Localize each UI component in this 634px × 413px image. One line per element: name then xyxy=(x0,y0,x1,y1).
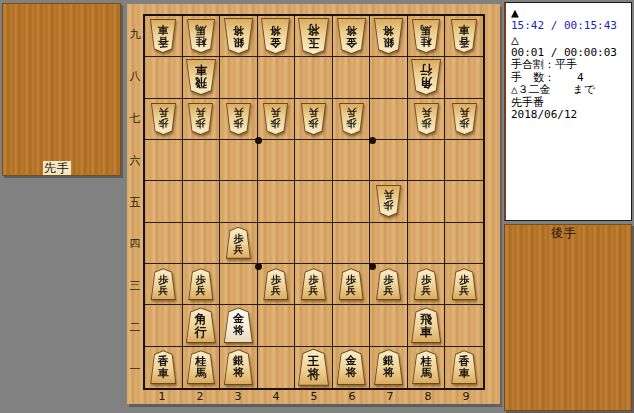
board-square[interactable]: 歩兵 xyxy=(220,99,258,140)
board-square[interactable] xyxy=(258,223,296,264)
shogi-piece-gote[interactable]: 飛車 xyxy=(411,307,441,343)
board-square[interactable]: 銀将 xyxy=(370,16,408,57)
shogi-piece-gote[interactable]: 歩兵 xyxy=(376,268,401,300)
piece-kanji: 歩 xyxy=(271,118,281,129)
board-square[interactable]: 銀将 xyxy=(220,16,258,57)
shogi-piece-gote[interactable]: 銀将 xyxy=(224,349,253,385)
board-square[interactable] xyxy=(295,305,333,346)
sente-clock: 15:42 / 00:15:43 xyxy=(511,20,627,33)
shogi-piece-sente[interactable]: 歩兵 xyxy=(339,103,364,135)
piece-kanji: 玉 xyxy=(307,36,319,49)
piece-kanji: 飛 xyxy=(195,76,207,89)
board-square[interactable]: 歩兵 xyxy=(145,99,183,140)
board-square[interactable] xyxy=(258,140,296,181)
piece-kanji: 兵 xyxy=(346,107,356,118)
piece-kanji: 歩 xyxy=(233,233,243,244)
piece-kanji: 将 xyxy=(307,368,319,381)
piece-kanji: 兵 xyxy=(196,285,206,296)
board-square[interactable] xyxy=(258,347,296,388)
piece-kanji: 金 xyxy=(346,36,357,48)
shogi-piece-gote[interactable]: 香車 xyxy=(451,350,477,384)
piece-kanji: 兵 xyxy=(271,107,281,118)
file-label: 8 xyxy=(409,390,447,404)
piece-kanji: 馬 xyxy=(421,23,432,35)
gote-captured-tray[interactable]: 後手 xyxy=(504,224,632,411)
star-point xyxy=(369,137,376,144)
shogi-piece-gote[interactable]: 角行 xyxy=(186,307,216,343)
board-square[interactable]: 飛車 xyxy=(408,305,446,346)
file-label: 1 xyxy=(143,390,181,404)
piece-kanji: 馬 xyxy=(195,368,206,380)
rank-label: 四 xyxy=(127,223,143,265)
board-square[interactable] xyxy=(183,140,221,181)
shogi-piece-gote[interactable]: 桂馬 xyxy=(187,350,215,384)
shogi-piece-sente[interactable]: 歩兵 xyxy=(263,103,288,135)
board-square[interactable]: 角行 xyxy=(183,305,221,346)
piece-kanji: 歩 xyxy=(308,118,318,129)
board-square[interactable]: 飛車 xyxy=(183,57,221,98)
piece-kanji: 兵 xyxy=(459,107,469,118)
board-square[interactable]: 桂馬 xyxy=(183,16,221,57)
board-square[interactable] xyxy=(258,57,296,98)
game-date: 2018/06/12 xyxy=(511,109,627,122)
board-square[interactable] xyxy=(220,57,258,98)
star-point xyxy=(255,263,262,270)
board-grid: 香車桂馬銀将金将玉将金将銀将桂馬香車飛車角行歩兵歩兵歩兵歩兵歩兵歩兵歩兵歩兵歩兵… xyxy=(143,14,485,390)
board-square[interactable]: 香車 xyxy=(145,347,183,388)
board-square[interactable]: 歩兵 xyxy=(183,99,221,140)
piece-kanji: 王 xyxy=(307,355,319,368)
piece-kanji: 兵 xyxy=(233,244,243,255)
shogi-piece-gote[interactable]: 歩兵 xyxy=(301,268,326,300)
rank-label: 二 xyxy=(127,306,143,348)
shogi-piece-sente[interactable]: 玉将 xyxy=(298,18,329,55)
piece-kanji: 兵 xyxy=(308,285,318,296)
board-square[interactable]: 金将 xyxy=(220,305,258,346)
shogi-piece-gote[interactable]: 歩兵 xyxy=(452,268,477,300)
piece-kanji: 将 xyxy=(307,23,319,36)
board-square[interactable] xyxy=(258,181,296,222)
board-square[interactable] xyxy=(445,223,483,264)
piece-kanji: 歩 xyxy=(271,274,281,285)
piece-kanji: 兵 xyxy=(196,107,206,118)
board-square[interactable] xyxy=(220,140,258,181)
board-square[interactable]: 角行 xyxy=(408,57,446,98)
board-square[interactable]: 桂馬 xyxy=(183,347,221,388)
board-square[interactable] xyxy=(295,181,333,222)
shogi-piece-sente[interactable]: 香車 xyxy=(451,19,477,53)
board-square[interactable] xyxy=(333,181,371,222)
shogi-piece-sente[interactable]: 香車 xyxy=(150,19,176,53)
piece-kanji: 角 xyxy=(420,76,432,89)
board-square[interactable] xyxy=(408,181,446,222)
board-square[interactable]: 歩兵 xyxy=(295,264,333,305)
shogi-piece-gote[interactable]: 金将 xyxy=(337,349,366,385)
shogi-piece-sente[interactable]: 歩兵 xyxy=(188,103,213,135)
board-square[interactable] xyxy=(220,264,258,305)
board-square[interactable]: 歩兵 xyxy=(183,264,221,305)
shogi-piece-sente[interactable]: 歩兵 xyxy=(452,103,477,135)
board-square[interactable]: 香車 xyxy=(445,347,483,388)
piece-kanji: 香 xyxy=(459,35,470,47)
shogi-piece-sente[interactable]: 角行 xyxy=(411,59,441,95)
board-square[interactable] xyxy=(145,181,183,222)
shogi-piece-gote[interactable]: 歩兵 xyxy=(263,268,288,300)
game-info-panel: ▲ 15:42 / 00:15:43 △ 00:01 / 00:00:03 手合… xyxy=(504,2,632,221)
board-square[interactable]: 歩兵 xyxy=(258,264,296,305)
shogi-piece-gote[interactable]: 歩兵 xyxy=(226,227,251,259)
piece-kanji: 歩 xyxy=(308,274,318,285)
board-square[interactable]: 金将 xyxy=(333,16,371,57)
shogi-board: 九八七六五四三二一 香車桂馬銀将金将玉将金将銀将桂馬香車飛車角行歩兵歩兵歩兵歩兵… xyxy=(127,4,500,404)
board-square[interactable]: 歩兵 xyxy=(333,264,371,305)
piece-kanji: 桂 xyxy=(195,35,206,47)
piece-kanji: 行 xyxy=(195,326,207,339)
board-square[interactable]: 銀将 xyxy=(220,347,258,388)
piece-kanji: 車 xyxy=(158,368,169,380)
shogi-piece-sente[interactable]: 飛車 xyxy=(186,59,216,95)
shogi-piece-gote[interactable]: 王将 xyxy=(298,349,329,386)
board-square[interactable]: 香車 xyxy=(145,16,183,57)
shogi-piece-gote[interactable]: 歩兵 xyxy=(414,268,439,300)
file-label: 3 xyxy=(219,390,257,404)
piece-kanji: 兵 xyxy=(158,285,168,296)
shogi-piece-sente[interactable]: 銀将 xyxy=(224,18,253,54)
piece-kanji: 将 xyxy=(383,24,394,36)
board-square[interactable]: 歩兵 xyxy=(445,99,483,140)
piece-kanji: 兵 xyxy=(233,107,243,118)
board-square[interactable] xyxy=(258,305,296,346)
rank-label: 一 xyxy=(127,348,143,390)
shogi-piece-gote[interactable]: 銀将 xyxy=(374,349,403,385)
rank-label: 八 xyxy=(127,56,143,98)
board-square[interactable] xyxy=(445,181,483,222)
shogi-piece-gote[interactable]: 歩兵 xyxy=(151,268,176,300)
shogi-piece-sente[interactable]: 銀将 xyxy=(374,18,403,54)
piece-kanji: 兵 xyxy=(459,285,469,296)
piece-kanji: 将 xyxy=(346,367,357,379)
board-square[interactable]: 玉将 xyxy=(295,16,333,57)
sente-captured-tray[interactable]: 先手 xyxy=(2,3,121,176)
board-square[interactable]: 桂馬 xyxy=(408,347,446,388)
board-square[interactable] xyxy=(370,223,408,264)
board-square[interactable] xyxy=(333,305,371,346)
board-square[interactable] xyxy=(370,99,408,140)
board-square[interactable]: 歩兵 xyxy=(295,99,333,140)
piece-kanji: 歩 xyxy=(384,274,394,285)
file-label: 5 xyxy=(295,390,333,404)
board-square[interactable] xyxy=(333,140,371,181)
piece-kanji: 行 xyxy=(420,63,432,76)
rank-label: 六 xyxy=(127,139,143,181)
board-square[interactable]: 香車 xyxy=(445,16,483,57)
piece-kanji: 兵 xyxy=(421,107,431,118)
gote-turn-icon: △ xyxy=(511,33,627,47)
board-square[interactable] xyxy=(145,140,183,181)
board-square[interactable]: 歩兵 xyxy=(445,264,483,305)
piece-kanji: 兵 xyxy=(421,285,431,296)
shogi-piece-gote[interactable]: 歩兵 xyxy=(339,268,364,300)
piece-kanji: 歩 xyxy=(158,118,168,129)
rank-label: 五 xyxy=(127,181,143,223)
piece-kanji: 将 xyxy=(383,367,394,379)
board-square[interactable] xyxy=(370,305,408,346)
star-point xyxy=(369,263,376,270)
piece-kanji: 車 xyxy=(158,23,169,35)
piece-kanji: 歩 xyxy=(196,118,206,129)
piece-kanji: 歩 xyxy=(421,118,431,129)
piece-kanji: 金 xyxy=(270,36,281,48)
board-square[interactable]: 歩兵 xyxy=(258,99,296,140)
handicap-text: 手合割：平手 xyxy=(511,59,627,72)
piece-kanji: 将 xyxy=(233,367,244,379)
piece-kanji: 車 xyxy=(195,63,207,76)
piece-kanji: 馬 xyxy=(195,23,206,35)
file-label: 9 xyxy=(447,390,485,404)
shogi-piece-gote[interactable]: 金将 xyxy=(224,307,253,343)
piece-kanji: 歩 xyxy=(459,118,469,129)
board-square[interactable] xyxy=(295,140,333,181)
piece-kanji: 桂 xyxy=(421,35,432,47)
board-square[interactable]: 歩兵 xyxy=(220,223,258,264)
board-square[interactable] xyxy=(295,57,333,98)
board-square[interactable]: 歩兵 xyxy=(370,181,408,222)
shogi-piece-gote[interactable]: 桂馬 xyxy=(412,350,440,384)
board-square[interactable] xyxy=(370,57,408,98)
piece-kanji: 将 xyxy=(233,24,244,36)
piece-kanji: 車 xyxy=(459,368,470,380)
board-square[interactable] xyxy=(183,223,221,264)
board-square[interactable] xyxy=(370,140,408,181)
board-square[interactable] xyxy=(445,57,483,98)
shogi-piece-sente[interactable]: 歩兵 xyxy=(414,103,439,135)
shogi-piece-sente[interactable]: 歩兵 xyxy=(301,103,326,135)
piece-kanji: 歩 xyxy=(158,274,168,285)
shogi-piece-gote[interactable]: 歩兵 xyxy=(188,268,213,300)
board-square[interactable] xyxy=(408,223,446,264)
board-square[interactable] xyxy=(220,181,258,222)
piece-kanji: 歩 xyxy=(196,274,206,285)
shogi-piece-sente[interactable]: 歩兵 xyxy=(151,103,176,135)
file-label: 6 xyxy=(333,390,371,404)
rank-label: 九 xyxy=(127,14,143,56)
piece-kanji: 将 xyxy=(270,24,281,36)
piece-kanji: 兵 xyxy=(158,107,168,118)
piece-kanji: 車 xyxy=(459,23,470,35)
board-square[interactable]: 金将 xyxy=(333,347,371,388)
shogi-piece-sente[interactable]: 金将 xyxy=(337,18,366,54)
gote-tray-label: 後手 xyxy=(551,226,577,240)
board-square[interactable]: 歩兵 xyxy=(370,264,408,305)
board-square[interactable] xyxy=(408,140,446,181)
file-label: 2 xyxy=(181,390,219,404)
piece-kanji: 歩 xyxy=(346,274,356,285)
board-square[interactable] xyxy=(183,181,221,222)
board-square[interactable] xyxy=(145,305,183,346)
last-move-text: △３二金 まで xyxy=(511,84,627,97)
piece-kanji: 歩 xyxy=(459,274,469,285)
board-square[interactable]: 歩兵 xyxy=(408,264,446,305)
file-label: 4 xyxy=(257,390,295,404)
board-square[interactable]: 歩兵 xyxy=(333,99,371,140)
board-square[interactable] xyxy=(145,223,183,264)
shogi-piece-sente[interactable]: 桂馬 xyxy=(187,19,215,53)
shogi-piece-sente[interactable]: 桂馬 xyxy=(412,19,440,53)
piece-kanji: 香 xyxy=(158,35,169,47)
piece-kanji: 歩 xyxy=(233,118,243,129)
shogi-piece-sente[interactable]: 金将 xyxy=(261,18,290,54)
piece-kanji: 歩 xyxy=(384,200,394,211)
board-square[interactable]: 歩兵 xyxy=(408,99,446,140)
board-square[interactable] xyxy=(333,57,371,98)
board-square[interactable]: 金将 xyxy=(258,16,296,57)
rank-coordinate-labels: 九八七六五四三二一 xyxy=(127,14,143,390)
shogi-piece-sente[interactable]: 歩兵 xyxy=(376,185,401,217)
star-point xyxy=(255,137,262,144)
file-label: 7 xyxy=(371,390,409,404)
piece-kanji: 兵 xyxy=(384,285,394,296)
board-square[interactable]: 桂馬 xyxy=(408,16,446,57)
piece-kanji: 銀 xyxy=(383,36,394,48)
piece-kanji: 車 xyxy=(420,326,432,339)
piece-kanji: 将 xyxy=(233,325,244,337)
piece-kanji: 銀 xyxy=(233,36,244,48)
board-square[interactable] xyxy=(145,57,183,98)
board-square[interactable] xyxy=(445,305,483,346)
board-square[interactable]: 王将 xyxy=(295,347,333,388)
piece-kanji: 歩 xyxy=(346,118,356,129)
board-square[interactable]: 銀将 xyxy=(370,347,408,388)
shogi-piece-gote[interactable]: 香車 xyxy=(150,350,176,384)
piece-kanji: 兵 xyxy=(271,285,281,296)
sente-turn-icon: ▲ xyxy=(511,6,627,20)
piece-kanji: 兵 xyxy=(384,189,394,200)
board-square[interactable] xyxy=(445,140,483,181)
rank-label: 三 xyxy=(127,265,143,307)
board-square[interactable] xyxy=(295,223,333,264)
piece-kanji: 歩 xyxy=(421,274,431,285)
file-coordinate-labels: 123456789 xyxy=(143,390,485,404)
board-square[interactable]: 歩兵 xyxy=(145,264,183,305)
rank-label: 七 xyxy=(127,98,143,140)
piece-kanji: 馬 xyxy=(421,368,432,380)
piece-kanji: 兵 xyxy=(346,285,356,296)
board-square[interactable] xyxy=(333,223,371,264)
shogi-app-window: 先手 九八七六五四三二一 香車桂馬銀将金将玉将金将銀将桂馬香車飛車角行歩兵歩兵歩… xyxy=(0,0,634,413)
piece-kanji: 将 xyxy=(346,24,357,36)
shogi-piece-sente[interactable]: 歩兵 xyxy=(226,103,251,135)
piece-kanji: 兵 xyxy=(308,107,318,118)
sente-tray-label: 先手 xyxy=(43,161,71,175)
